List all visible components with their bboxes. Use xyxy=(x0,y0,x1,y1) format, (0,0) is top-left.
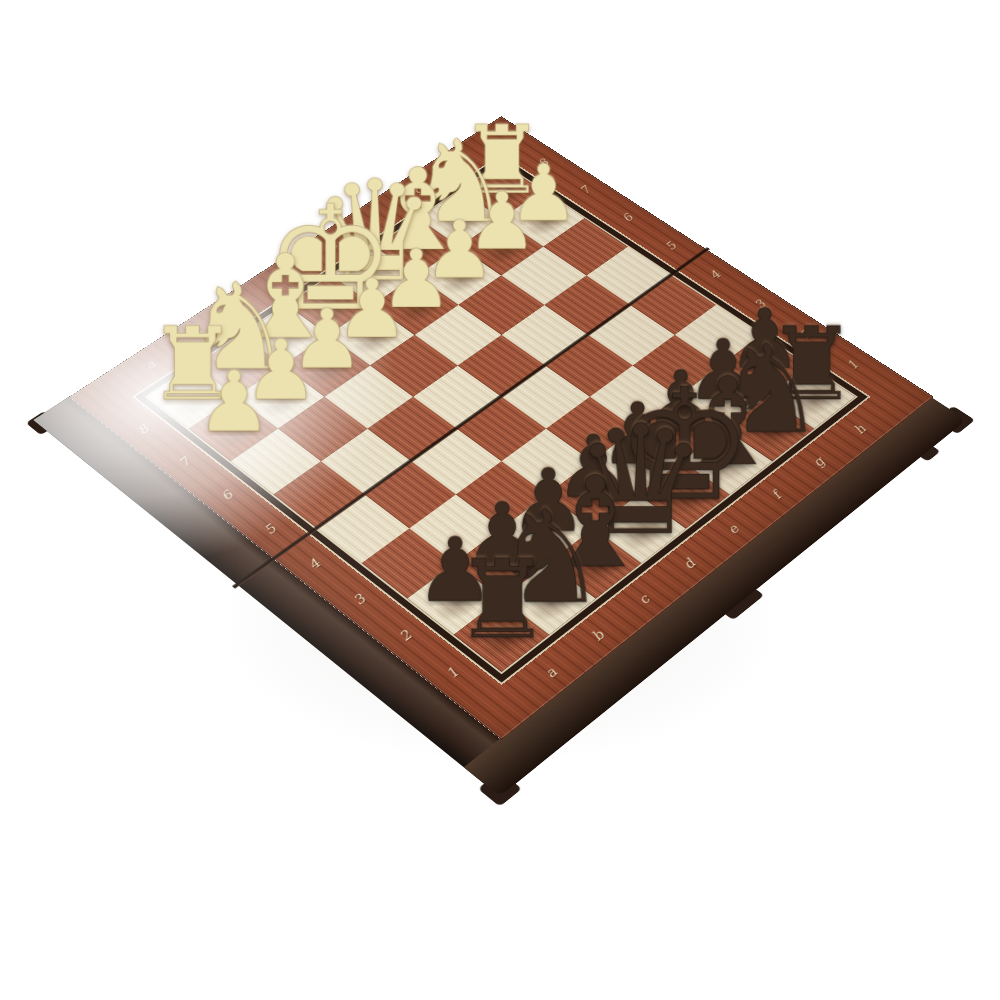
white-pawn-a7: ♟ xyxy=(196,360,272,444)
square-a1: ♜ xyxy=(454,599,549,672)
product-photo-background: 87654321 87654321 abcdefgh abcdefgh ♜♞♝♚… xyxy=(0,0,1000,1000)
black-rook-a1: ♜ xyxy=(453,545,551,654)
